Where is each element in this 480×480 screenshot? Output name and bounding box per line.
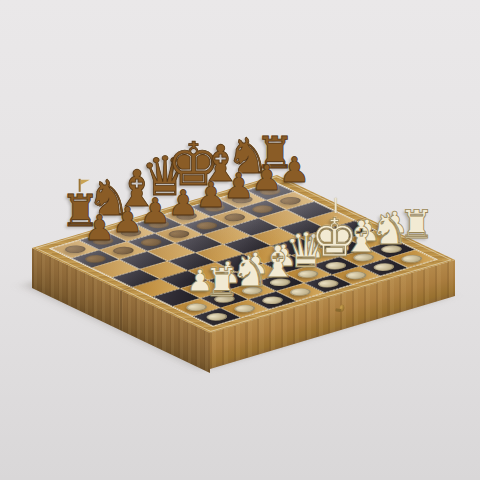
piece-base-e1 — [314, 278, 343, 289]
black-p-glyph: ♟ — [223, 169, 254, 204]
piece-black-p-g7: ♟ — [251, 161, 282, 196]
piece-base-d1 — [286, 287, 315, 298]
black-p-glyph: ♟ — [84, 211, 115, 246]
piece-base-h1 — [397, 253, 426, 264]
piece-black-p-f7: ♟ — [223, 169, 254, 204]
piece-black-p-a7: ♟ — [84, 211, 115, 246]
black-p-glyph: ♟ — [279, 153, 310, 188]
photo-stage: ♜♞♝♛♚♝♞♜♟♟♟♟♟♟♟♟♟♟♟♟♟♟♟♟♜♞♝♛♚♝♞♜ — [0, 0, 480, 480]
piece-base-c1 — [258, 295, 287, 306]
black-p-glyph: ♟ — [140, 194, 171, 229]
piece-black-p-c7: ♟ — [140, 194, 171, 229]
piece-black-p-b7: ♟ — [112, 203, 143, 238]
piece-black-p-h7: ♟ — [279, 153, 310, 188]
clasp-hook — [335, 308, 342, 312]
piece-black-p-e7: ♟ — [195, 178, 226, 213]
white-r-glyph: ♜ — [399, 205, 434, 244]
piece-black-p-d7: ♟ — [167, 186, 198, 221]
piece-base-f1 — [342, 270, 371, 281]
piece-base-a1 — [202, 311, 231, 322]
black-p-glyph: ♟ — [112, 203, 143, 238]
piece-white-r-h1: ♜ — [399, 205, 434, 244]
black-p-glyph: ♟ — [195, 178, 226, 213]
king-spire — [334, 198, 336, 213]
black-p-glyph: ♟ — [167, 186, 198, 221]
piece-base-g1 — [369, 262, 398, 273]
black-p-glyph: ♟ — [251, 161, 282, 196]
fold-seam-left-face — [120, 290, 121, 330]
